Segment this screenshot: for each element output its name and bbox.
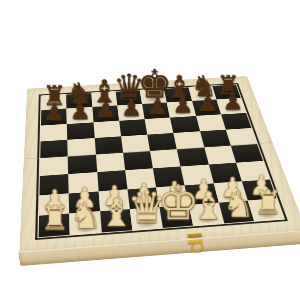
square-a5[interactable] — [40, 140, 68, 159]
black-pawn[interactable]: ♟ — [69, 100, 90, 123]
white-bishop[interactable]: ♝ — [99, 194, 134, 231]
square-a4[interactable] — [40, 156, 69, 176]
black-pawn[interactable]: ♟ — [121, 97, 142, 119]
square-b4[interactable] — [68, 155, 97, 175]
black-pawn[interactable]: ♟ — [147, 95, 168, 117]
board-surface: ♜♞♝♛♚♝♞♜♟♟♟♟♟♟♟♟♟♟♟♟♟♟♟♟♜♞♝♛♚♝♞♜ — [19, 76, 300, 252]
square-h6[interactable] — [221, 113, 252, 130]
white-knight[interactable]: ♞ — [69, 198, 102, 233]
clasp-hook — [191, 242, 204, 253]
white-rook[interactable]: ♜ — [254, 188, 283, 219]
square-a7[interactable]: ♟ — [41, 109, 67, 126]
square-c5[interactable] — [94, 136, 123, 154]
square-g4[interactable] — [204, 146, 236, 165]
black-pawn[interactable]: ♟ — [198, 92, 219, 114]
black-pawn[interactable]: ♟ — [172, 94, 193, 116]
square-f4[interactable] — [177, 147, 208, 166]
square-d1[interactable]: ♛ — [130, 207, 163, 230]
square-b5[interactable] — [67, 138, 95, 157]
square-g7[interactable]: ♟ — [192, 100, 221, 116]
square-e7[interactable]: ♟ — [142, 103, 170, 119]
brass-clasp[interactable] — [188, 239, 204, 252]
black-pawn[interactable]: ♟ — [43, 101, 64, 124]
chess-board: ♜♞♝♛♚♝♞♜♟♟♟♟♟♟♟♟♟♟♟♟♟♟♟♟♜♞♝♛♚♝♞♜ — [39, 85, 284, 238]
square-c1[interactable]: ♝ — [100, 209, 133, 233]
folding-chess-box: ♜♞♝♛♚♝♞♜♟♟♟♟♟♟♟♟♟♟♟♟♟♟♟♟♜♞♝♛♚♝♞♜ — [19, 76, 300, 252]
black-pawn[interactable]: ♟ — [223, 91, 244, 113]
square-h4[interactable] — [231, 144, 264, 163]
square-b6[interactable] — [67, 122, 94, 139]
white-knight[interactable]: ♞ — [223, 187, 255, 221]
square-f6[interactable] — [170, 116, 199, 133]
square-d5[interactable] — [121, 135, 150, 153]
square-c4[interactable] — [95, 153, 124, 173]
square-e5[interactable] — [147, 133, 177, 151]
product-photo: ♜♞♝♛♚♝♞♜♟♟♟♟♟♟♟♟♟♟♟♟♟♟♟♟♜♞♝♛♚♝♞♜ — [0, 0, 300, 300]
square-a6[interactable] — [41, 124, 68, 142]
square-c7[interactable]: ♟ — [92, 106, 119, 122]
square-f7[interactable]: ♟ — [167, 101, 196, 117]
square-a1[interactable]: ♜ — [39, 213, 70, 237]
square-d6[interactable] — [119, 119, 147, 136]
square-c6[interactable] — [93, 121, 121, 138]
black-pawn[interactable]: ♟ — [95, 98, 116, 121]
square-h7[interactable]: ♟ — [216, 98, 246, 114]
square-d7[interactable]: ♟ — [117, 104, 144, 120]
white-rook[interactable]: ♜ — [39, 204, 69, 236]
square-e4[interactable] — [150, 149, 181, 168]
square-d4[interactable] — [123, 151, 153, 170]
square-b1[interactable]: ♞ — [69, 211, 101, 235]
board-frame: ♜♞♝♛♚♝♞♜♟♟♟♟♟♟♟♟♟♟♟♟♟♟♟♟♜♞♝♛♚♝♞♜ — [35, 83, 288, 240]
square-e6[interactable] — [145, 117, 174, 134]
square-b7[interactable]: ♟ — [67, 107, 93, 124]
